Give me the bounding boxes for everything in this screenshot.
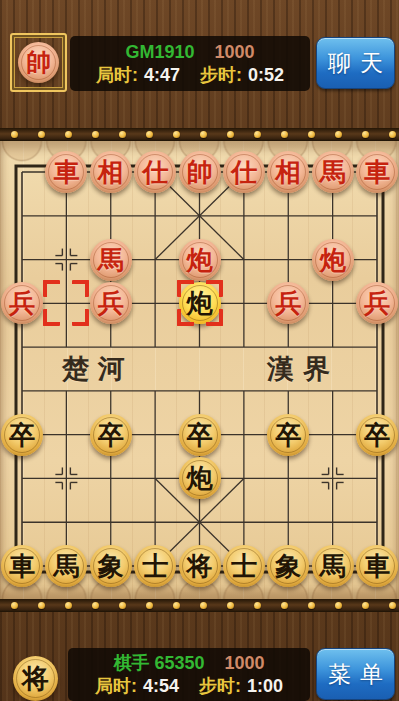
piece-black-卒[interactable]: 卒 [267, 414, 309, 456]
piece-black-象[interactable]: 象 [90, 545, 132, 587]
pieces-layer: 車相仕帥仕相馬車馬炮炮兵兵炮兵兵卒卒卒卒卒炮車馬象士将士象馬車 [0, 0, 399, 701]
piece-black-卒[interactable]: 卒 [90, 414, 132, 456]
piece-black-車[interactable]: 車 [1, 545, 43, 587]
piece-black-士[interactable]: 士 [134, 545, 176, 587]
piece-red-相[interactable]: 相 [267, 151, 309, 193]
piece-black-車[interactable]: 車 [356, 545, 398, 587]
xiangqi-app-screen: 帥 GM1910 1000 局时: 4:47 步时: 0:52 聊天 楚河 漢界… [0, 0, 399, 701]
piece-black-士[interactable]: 士 [223, 545, 265, 587]
piece-red-兵[interactable]: 兵 [267, 282, 309, 324]
piece-red-兵[interactable]: 兵 [1, 282, 43, 324]
piece-black-馬[interactable]: 馬 [312, 545, 354, 587]
piece-red-馬[interactable]: 馬 [90, 239, 132, 281]
piece-black-象[interactable]: 象 [267, 545, 309, 587]
piece-black-馬[interactable]: 馬 [45, 545, 87, 587]
piece-black-炮[interactable]: 炮 [179, 282, 221, 324]
piece-red-仕[interactable]: 仕 [223, 151, 265, 193]
piece-black-卒[interactable]: 卒 [1, 414, 43, 456]
piece-black-将[interactable]: 将 [179, 545, 221, 587]
piece-black-卒[interactable]: 卒 [356, 414, 398, 456]
piece-red-馬[interactable]: 馬 [312, 151, 354, 193]
piece-red-車[interactable]: 車 [356, 151, 398, 193]
piece-black-炮[interactable]: 炮 [179, 457, 221, 499]
piece-red-炮[interactable]: 炮 [179, 239, 221, 281]
piece-red-帥[interactable]: 帥 [179, 151, 221, 193]
piece-red-仕[interactable]: 仕 [134, 151, 176, 193]
piece-black-卒[interactable]: 卒 [179, 414, 221, 456]
piece-red-兵[interactable]: 兵 [90, 282, 132, 324]
last-move-from-marker [43, 280, 89, 326]
piece-red-相[interactable]: 相 [90, 151, 132, 193]
piece-red-車[interactable]: 車 [45, 151, 87, 193]
piece-red-炮[interactable]: 炮 [312, 239, 354, 281]
piece-red-兵[interactable]: 兵 [356, 282, 398, 324]
